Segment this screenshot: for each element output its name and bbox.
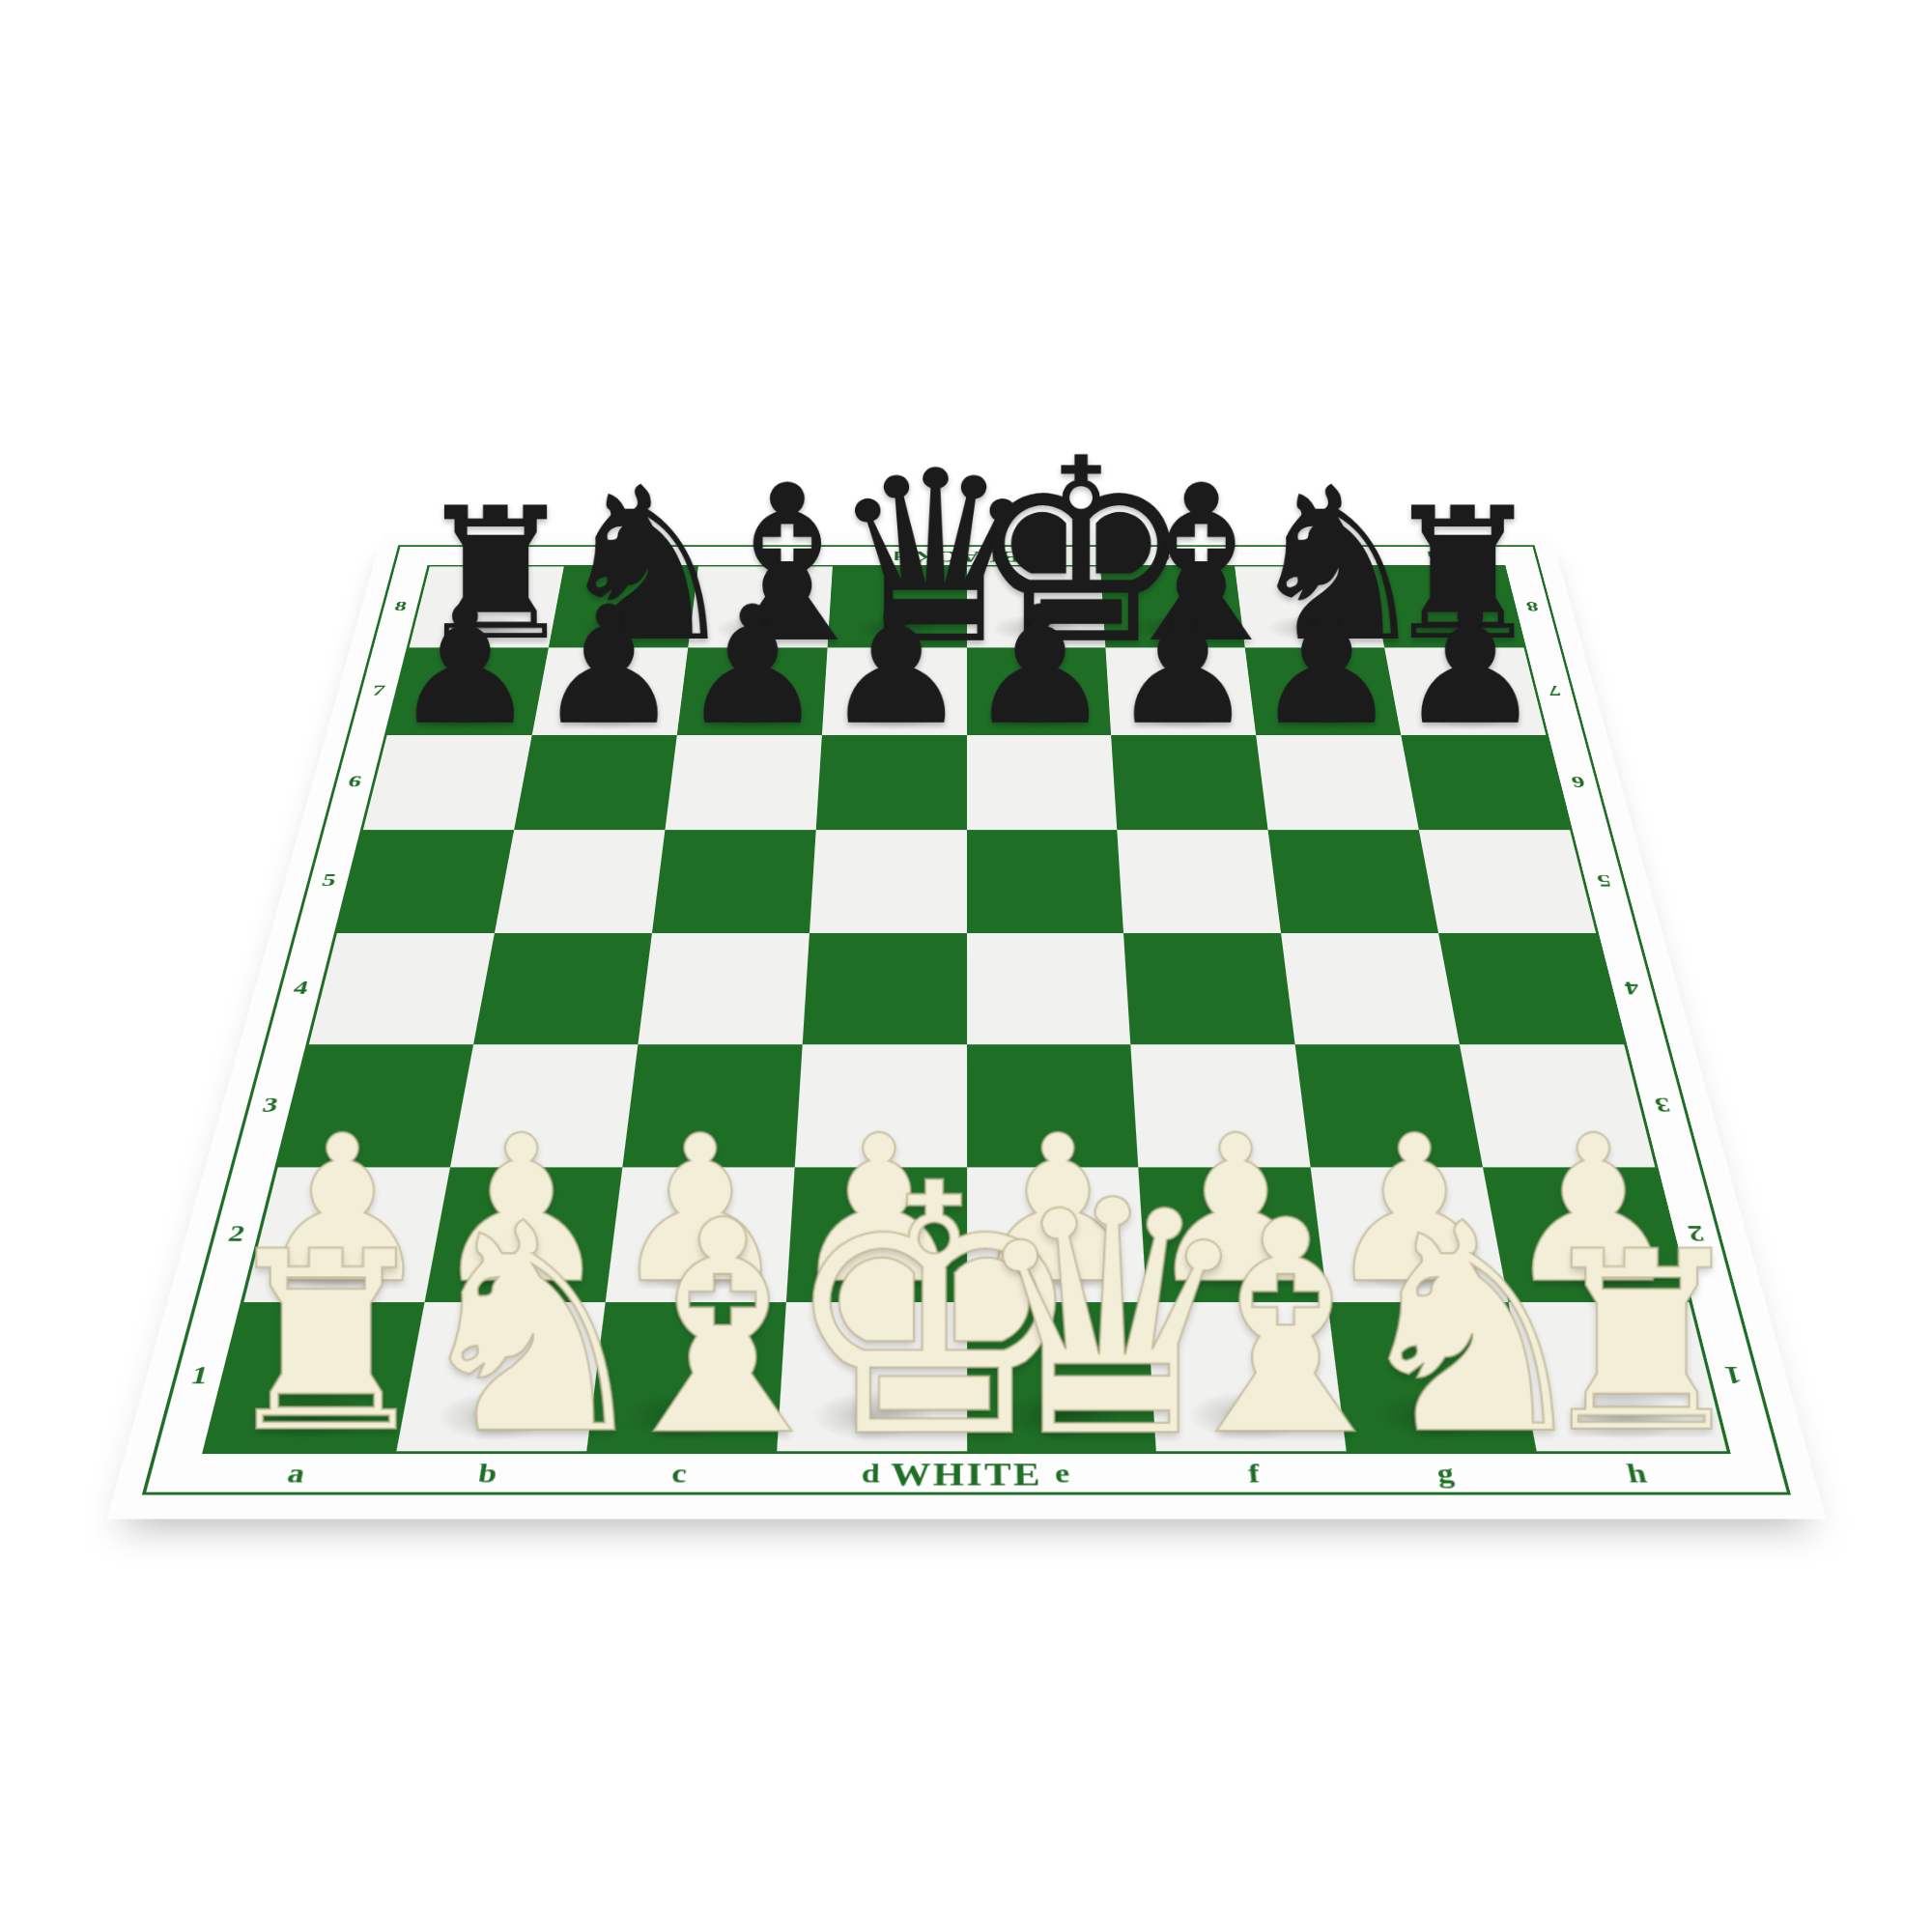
file-label-bottom-f: f	[1156, 1454, 1351, 1492]
square-c4	[638, 933, 810, 1045]
square-a6	[363, 735, 532, 830]
file-label-top-c: c	[698, 547, 834, 565]
square-b5	[495, 830, 665, 932]
piece-shadow	[851, 614, 943, 642]
square-a4	[309, 933, 495, 1045]
square-h6	[1401, 735, 1570, 830]
square-b3	[450, 1045, 638, 1168]
chess-grid	[202, 565, 1731, 1454]
square-c6	[665, 735, 821, 830]
square-a3	[278, 1045, 473, 1168]
file-label-top-g: g	[1233, 547, 1369, 565]
square-f4	[1123, 933, 1295, 1045]
piece-shadow	[991, 699, 1087, 729]
square-e3	[967, 1045, 1139, 1168]
file-label-bottom-b: b	[388, 1454, 585, 1492]
square-h3	[1460, 1045, 1655, 1168]
file-label-top-e: e	[967, 547, 1101, 565]
square-g5	[1268, 830, 1438, 932]
square-d3	[794, 1045, 966, 1168]
file-label-bottom-g: g	[1347, 1454, 1544, 1492]
square-b4	[473, 933, 652, 1045]
piece-shadow	[990, 614, 1082, 642]
vinyl-chess-mat: WHITE BLACK aabbccddeeffgghh112233445566…	[106, 534, 1826, 1520]
square-f5	[1118, 830, 1282, 932]
file-label-bottom-e: e	[967, 1454, 1159, 1492]
file-label-top-a: a	[430, 547, 567, 565]
square-g4	[1281, 933, 1460, 1045]
file-label-top-b: b	[564, 547, 700, 565]
square-c5	[652, 830, 816, 932]
square-f3	[1131, 1045, 1311, 1168]
square-e6	[967, 735, 1118, 830]
square-f6	[1111, 735, 1267, 830]
piece-shadow	[846, 699, 942, 729]
square-h5	[1419, 830, 1596, 932]
square-d6	[815, 735, 966, 830]
piece-shadow	[1127, 614, 1221, 642]
file-label-bottom-a: a	[196, 1454, 396, 1492]
chessboard-photo: WHITE BLACK aabbccddeeffgghh112233445566…	[0, 0, 1932, 1932]
square-d5	[810, 830, 967, 932]
piece-shadow	[1133, 699, 1231, 729]
square-e5	[967, 830, 1124, 932]
file-label-top-f: f	[1099, 547, 1235, 565]
square-g3	[1295, 1045, 1483, 1168]
square-c3	[622, 1045, 802, 1168]
file-label-bottom-h: h	[1537, 1454, 1737, 1492]
file-label-bottom-d: d	[774, 1454, 966, 1492]
square-a5	[337, 830, 514, 932]
file-label-bottom-c: c	[582, 1454, 777, 1492]
file-label-top-d: d	[833, 547, 967, 565]
board-scene: WHITE BLACK aabbccddeeffgghh112233445566…	[270, 237, 1662, 1629]
file-label-top-h: h	[1365, 547, 1502, 565]
square-e4	[967, 933, 1131, 1045]
square-h4	[1438, 933, 1624, 1045]
square-g6	[1256, 735, 1419, 830]
square-b6	[514, 735, 677, 830]
square-d4	[802, 933, 966, 1045]
